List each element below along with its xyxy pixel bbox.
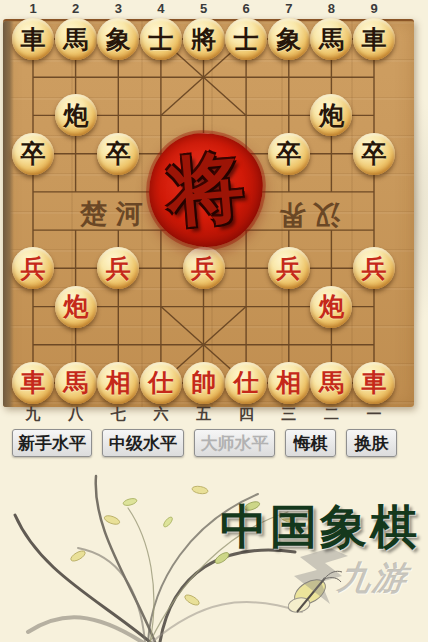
piece-black-r1c1[interactable]: 車 (12, 18, 54, 60)
piece-black-r1c6[interactable]: 士 (225, 18, 267, 60)
piece-black-r1c5[interactable]: 將 (183, 18, 225, 60)
piece-red-r10c3[interactable]: 相 (97, 362, 139, 404)
piece-red-r7c7[interactable]: 兵 (268, 247, 310, 289)
file-number-bottom: 一 (361, 405, 387, 424)
file-number-bottom: 五 (191, 405, 217, 424)
file-number-bottom: 八 (63, 405, 89, 424)
file-number-bottom: 六 (148, 405, 174, 424)
piece-black-r1c7[interactable]: 象 (268, 18, 310, 60)
piece-black-r4c3[interactable]: 卒 (97, 133, 139, 175)
novice-level-button[interactable]: 新手水平 (12, 429, 92, 457)
file-number-top: 3 (106, 1, 130, 16)
piece-red-r10c4[interactable]: 仕 (140, 362, 182, 404)
piece-black-r1c9[interactable]: 車 (353, 18, 395, 60)
river-label-chu-he: 楚河 (80, 196, 152, 232)
piece-black-r1c2[interactable]: 馬 (55, 18, 97, 60)
file-number-bottom: 四 (233, 405, 259, 424)
file-number-bottom: 九 (20, 405, 46, 424)
file-number-top: 1 (21, 1, 45, 16)
file-number-top: 8 (319, 1, 343, 16)
piece-black-r4c1[interactable]: 卒 (12, 133, 54, 175)
toolbar: 新手水平 中级水平 大师水平 悔棋 换肤 (12, 429, 397, 457)
file-number-bottom: 三 (276, 405, 302, 424)
seal-character: 将 (164, 135, 249, 244)
piece-black-r3c2[interactable]: 炮 (55, 94, 97, 136)
file-number-top: 5 (192, 1, 216, 16)
file-number-top: 6 (234, 1, 258, 16)
piece-red-r10c5[interactable]: 帥 (183, 362, 225, 404)
master-level-button[interactable]: 大师水平 (194, 429, 275, 457)
piece-red-r8c8[interactable]: 炮 (310, 286, 352, 328)
piece-red-r10c6[interactable]: 仕 (225, 362, 267, 404)
piece-red-r10c2[interactable]: 馬 (55, 362, 97, 404)
piece-red-r7c5[interactable]: 兵 (183, 247, 225, 289)
game-title-calligraphy: 中国象棋 (220, 496, 420, 559)
undo-move-button[interactable]: 悔棋 (285, 429, 336, 457)
piece-red-r7c1[interactable]: 兵 (12, 247, 54, 289)
file-number-top: 7 (277, 1, 301, 16)
piece-red-r10c1[interactable]: 車 (12, 362, 54, 404)
intermediate-level-button[interactable]: 中级水平 (102, 429, 184, 457)
piece-red-r10c7[interactable]: 相 (268, 362, 310, 404)
file-number-bottom: 七 (105, 405, 131, 424)
file-number-bottom: 二 (318, 405, 344, 424)
river-label-han-jie: 汉界 (272, 197, 340, 233)
piece-black-r1c4[interactable]: 士 (140, 18, 182, 60)
file-number-top: 2 (64, 1, 88, 16)
file-number-top: 4 (149, 1, 173, 16)
change-skin-button[interactable]: 换肤 (346, 429, 397, 457)
piece-red-r7c9[interactable]: 兵 (353, 247, 395, 289)
piece-red-r8c2[interactable]: 炮 (55, 286, 97, 328)
piece-black-r4c9[interactable]: 卒 (353, 133, 395, 175)
piece-black-r4c7[interactable]: 卒 (268, 133, 310, 175)
piece-black-r1c3[interactable]: 象 (97, 18, 139, 60)
jiuyou-watermark: 九游 (335, 556, 411, 601)
piece-red-r10c9[interactable]: 車 (353, 362, 395, 404)
file-number-top: 9 (362, 1, 386, 16)
